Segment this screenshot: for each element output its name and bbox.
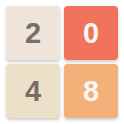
tile-4: 4 xyxy=(6,64,60,118)
tile-2: 2 xyxy=(6,6,60,60)
tile-0: 0 xyxy=(64,6,118,60)
tile-8: 8 xyxy=(64,64,118,118)
board-2048[interactable]: 2 0 4 8 xyxy=(0,0,124,124)
